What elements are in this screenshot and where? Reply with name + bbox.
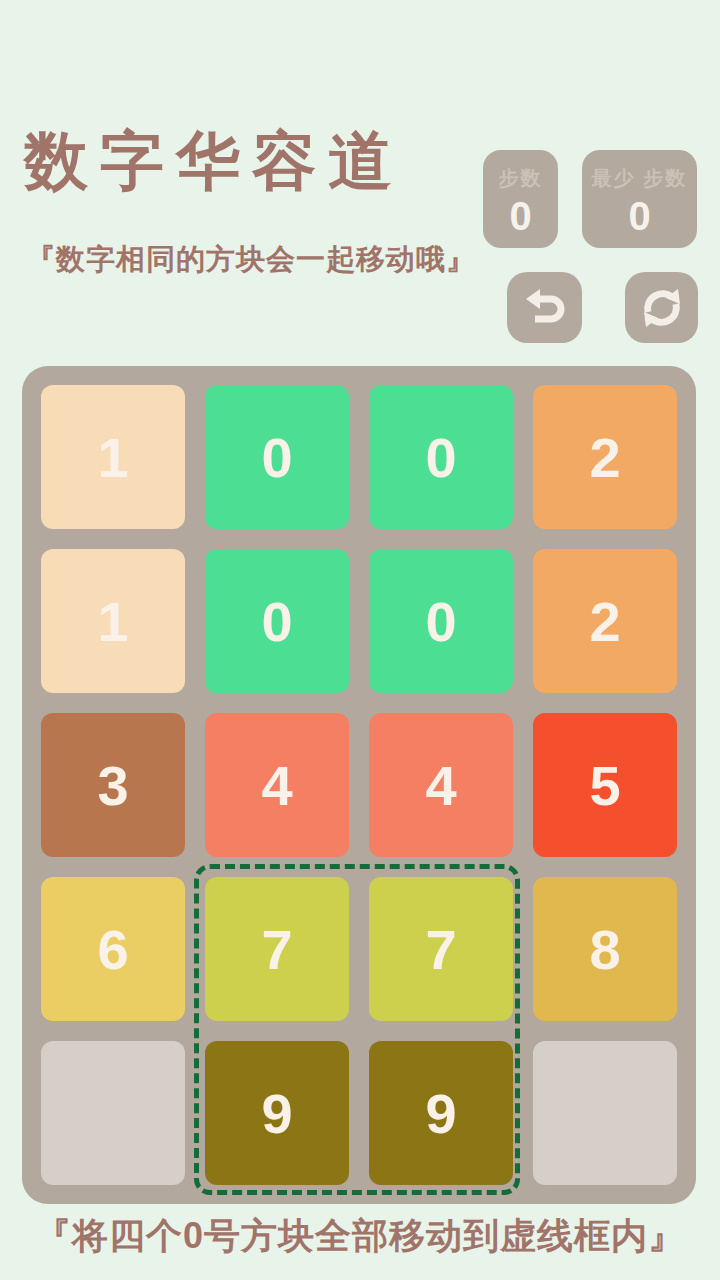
steps-value: 0 — [509, 196, 531, 236]
tile-8-r4c4[interactable]: 8 — [533, 877, 677, 1021]
tile-2-r1c4[interactable]: 2 — [533, 385, 677, 529]
page: 数字华容道 『数字相同的方块会一起移动哦』 步数 0 最少 步数 0 10021… — [0, 0, 720, 1280]
tile-6-r4c1[interactable]: 6 — [41, 877, 185, 1021]
tile-0-r1c2[interactable]: 0 — [205, 385, 349, 529]
puzzle-board: 100210023445677899 — [22, 366, 696, 1204]
tile-0-r2c2[interactable]: 0 — [205, 549, 349, 693]
tile-4-r3c2[interactable]: 4 — [205, 713, 349, 857]
tile-9-r5c2[interactable]: 9 — [205, 1041, 349, 1185]
tile-1-r1c1[interactable]: 1 — [41, 385, 185, 529]
tile-3-r3c1[interactable]: 3 — [41, 713, 185, 857]
page-title: 数字华容道 — [24, 126, 404, 196]
tile-9-r5c3[interactable]: 9 — [369, 1041, 513, 1185]
undo-arrow-icon — [523, 288, 567, 328]
min-steps-counter: 最少 步数 0 — [582, 150, 697, 248]
min-steps-label: 最少 步数 — [592, 165, 688, 192]
tile-0-r1c3[interactable]: 0 — [369, 385, 513, 529]
tile-7-r4c2[interactable]: 7 — [205, 877, 349, 1021]
tile-2-r2c4[interactable]: 2 — [533, 549, 677, 693]
page-subtitle: 『数字相同的方块会一起移动哦』 — [26, 240, 476, 280]
min-steps-value: 0 — [628, 196, 650, 236]
empty-slot-r5c4 — [533, 1041, 677, 1185]
refresh-arrows-icon — [641, 287, 683, 329]
refresh-button[interactable] — [625, 272, 698, 343]
tile-5-r3c4[interactable]: 5 — [533, 713, 677, 857]
steps-label: 步数 — [499, 165, 543, 192]
steps-counter: 步数 0 — [483, 150, 558, 248]
board-grid: 100210023445677899 — [41, 385, 677, 1185]
empty-slot-r5c1 — [41, 1041, 185, 1185]
tile-0-r2c3[interactable]: 0 — [369, 549, 513, 693]
goal-instruction: 『将四个0号方块全部移动到虚线框内』 — [0, 1212, 720, 1261]
tile-7-r4c3[interactable]: 7 — [369, 877, 513, 1021]
undo-button[interactable] — [507, 272, 582, 343]
tile-1-r2c1[interactable]: 1 — [41, 549, 185, 693]
tile-4-r3c3[interactable]: 4 — [369, 713, 513, 857]
